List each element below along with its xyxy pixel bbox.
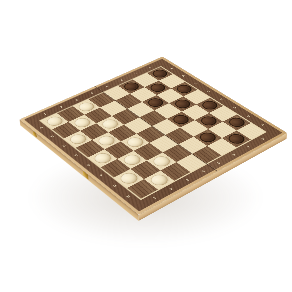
product-photo-stage: ⛀⛀⛂⛂⛀⛂⛀⛀⛂⛂⛀⛂⛀⛀⛂⛂⛀⛂⛀⛀⛂⛂⛀⛂ 11AA22BB33CC44D… bbox=[0, 0, 292, 292]
squares-and-pieces-layer: ⛀⛀⛂⛂⛀⛂⛀⛀⛂⛂⛀⛂⛀⛀⛂⛂⛀⛂⛀⛀⛂⛂⛀⛂ bbox=[20, 57, 163, 120]
